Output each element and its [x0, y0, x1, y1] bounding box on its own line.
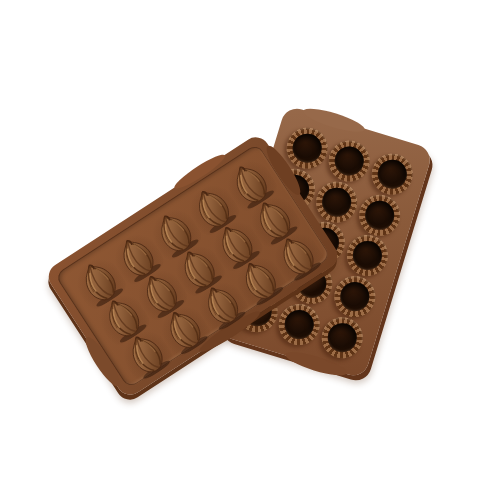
fluted-cavity [329, 271, 380, 322]
fluted-cavity [324, 135, 375, 186]
fluted-cavity [367, 149, 418, 200]
fluted-cavity [354, 189, 405, 240]
fluted-cavity [312, 176, 363, 227]
fluted-cavity [274, 299, 325, 350]
fluted-cavity [317, 312, 368, 363]
product-photo-stage [0, 0, 500, 500]
fluted-cavity [342, 230, 393, 281]
